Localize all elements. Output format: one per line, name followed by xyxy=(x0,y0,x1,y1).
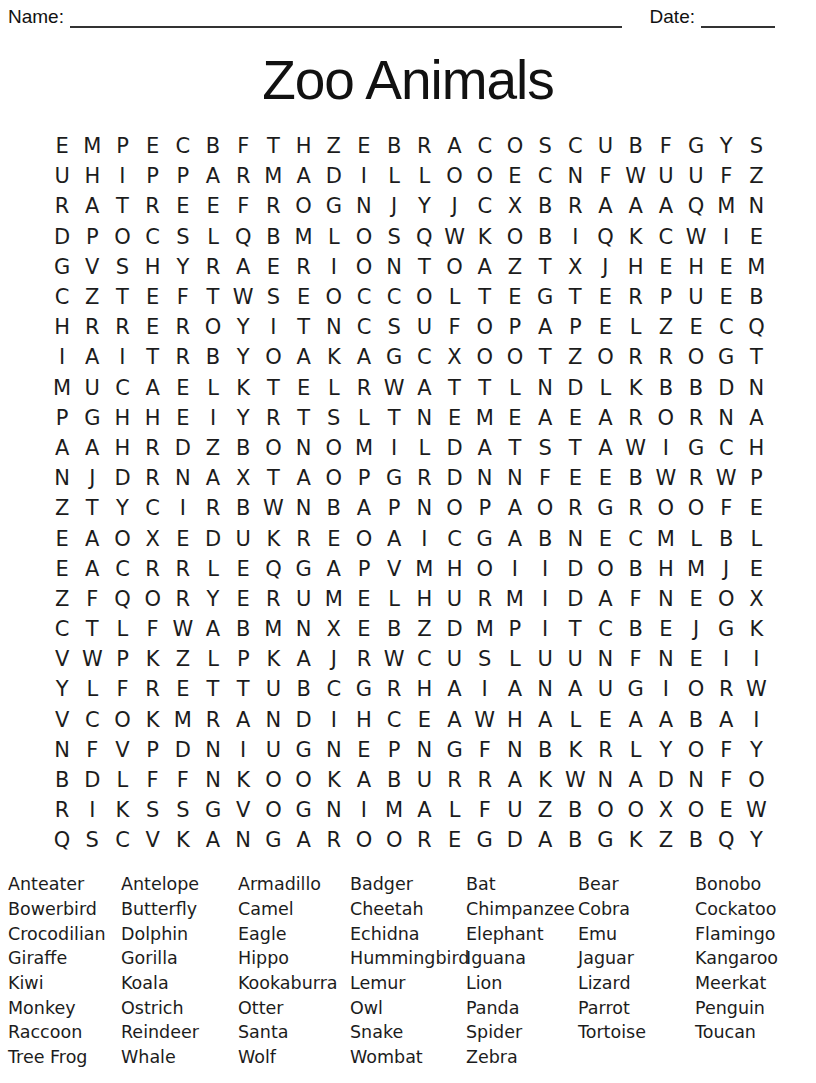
grid-cell-r23c2: I xyxy=(77,795,107,825)
grid-cell-r4c24: E xyxy=(741,222,771,252)
word-list-item: Santa xyxy=(238,1020,350,1045)
grid-cell-r18c9: A xyxy=(289,644,319,674)
grid-cell-r21c22: O xyxy=(681,735,711,765)
grid-cell-r4c12: S xyxy=(379,222,409,252)
word-list-item: Giraffe xyxy=(8,946,121,971)
grid-cell-r18c22: E xyxy=(681,644,711,674)
grid-cell-r4c9: M xyxy=(289,222,319,252)
word-list-item: Kookaburra xyxy=(238,971,350,996)
grid-cell-r12c5: N xyxy=(168,463,198,493)
grid-cell-r22c13: U xyxy=(409,765,439,795)
grid-cell-r6c11: C xyxy=(349,282,379,312)
grid-cell-r7c19: E xyxy=(590,312,620,342)
grid-cell-r19c10: C xyxy=(319,674,349,704)
grid-cell-r24c3: C xyxy=(107,825,137,855)
grid-cell-r2c4: P xyxy=(138,161,168,191)
grid-cell-r6c19: E xyxy=(590,282,620,312)
grid-cell-r7c7: Y xyxy=(228,312,258,342)
grid-cell-r13c13: N xyxy=(409,493,439,523)
grid-cell-r4c22: W xyxy=(681,222,711,252)
grid-cell-r22c11: A xyxy=(349,765,379,795)
grid-cell-r15c7: E xyxy=(228,554,258,584)
grid-cell-r7c12: S xyxy=(379,312,409,342)
grid-cell-r10c23: N xyxy=(711,403,741,433)
grid-cell-r23c8: O xyxy=(258,795,288,825)
grid-cell-r5c21: E xyxy=(651,252,681,282)
grid-cell-r4c5: S xyxy=(168,222,198,252)
word-list-item: Hummingbird xyxy=(350,946,466,971)
grid-cell-r13c17: O xyxy=(530,493,560,523)
grid-cell-r20c12: C xyxy=(379,705,409,735)
grid-cell-r10c4: H xyxy=(138,403,168,433)
letter-grid: EMPECBFTHZEBRACOSCUBFGYSUHIPPARMADILLOOE… xyxy=(47,131,772,856)
grid-cell-r10c8: R xyxy=(258,403,288,433)
grid-cell-r21c16: N xyxy=(500,735,530,765)
grid-cell-r9c23: D xyxy=(711,373,741,403)
grid-cell-r18c7: P xyxy=(228,644,258,674)
grid-cell-r12c21: W xyxy=(651,463,681,493)
grid-cell-r3c22: Q xyxy=(681,191,711,221)
grid-cell-r6c8: S xyxy=(258,282,288,312)
word-list-item: Koala xyxy=(121,971,238,996)
grid-cell-r11c21: I xyxy=(651,433,681,463)
grid-cell-r11c12: I xyxy=(379,433,409,463)
grid-cell-r24c2: S xyxy=(77,825,107,855)
grid-cell-r24c6: A xyxy=(198,825,228,855)
grid-cell-r12c4: R xyxy=(138,463,168,493)
grid-cell-r1c12: B xyxy=(379,131,409,161)
grid-cell-r10c17: A xyxy=(530,403,560,433)
grid-cell-r2c5: P xyxy=(168,161,198,191)
grid-cell-r21c6: N xyxy=(198,735,228,765)
grid-cell-r6c23: E xyxy=(711,282,741,312)
grid-cell-r14c5: E xyxy=(168,523,198,553)
word-list-item: Hippo xyxy=(238,946,350,971)
grid-cell-r18c18: U xyxy=(560,644,590,674)
grid-cell-r16c14: U xyxy=(439,584,469,614)
grid-cell-r15c6: L xyxy=(198,554,228,584)
grid-cell-r11c8: O xyxy=(258,433,288,463)
grid-cell-r21c24: Y xyxy=(741,735,771,765)
grid-cell-r19c2: L xyxy=(77,674,107,704)
grid-cell-r4c2: P xyxy=(77,222,107,252)
word-list-item: Bowerbird xyxy=(8,897,121,922)
grid-cell-r3c19: A xyxy=(590,191,620,221)
grid-cell-r6c21: P xyxy=(651,282,681,312)
grid-cell-r2c6: A xyxy=(198,161,228,191)
word-list: AnteaterAntelopeArmadilloBadgerBatBearBo… xyxy=(0,872,816,1070)
word-list-item: Reindeer xyxy=(121,1020,238,1045)
grid-cell-r6c14: L xyxy=(439,282,469,312)
grid-cell-r6c1: C xyxy=(47,282,77,312)
grid-cell-r18c3: P xyxy=(107,644,137,674)
grid-cell-r4c14: W xyxy=(439,222,469,252)
grid-cell-r5c8: E xyxy=(258,252,288,282)
grid-cell-r21c9: G xyxy=(289,735,319,765)
grid-cell-r3c8: R xyxy=(258,191,288,221)
grid-cell-r10c10: S xyxy=(319,403,349,433)
grid-cell-r11c16: T xyxy=(500,433,530,463)
word-list-item: Butterfly xyxy=(121,897,238,922)
grid-cell-r14c23: B xyxy=(711,523,741,553)
grid-cell-r24c11: O xyxy=(349,825,379,855)
grid-cell-r17c24: K xyxy=(741,614,771,644)
grid-cell-r15c2: A xyxy=(77,554,107,584)
grid-cell-r20c7: A xyxy=(228,705,258,735)
word-list-item: Antelope xyxy=(121,872,238,897)
grid-cell-r15c23: J xyxy=(711,554,741,584)
word-list-item: Monkey xyxy=(8,995,121,1020)
word-list-item: Bear xyxy=(578,872,695,897)
grid-cell-r23c12: M xyxy=(379,795,409,825)
grid-cell-r5c9: R xyxy=(289,252,319,282)
grid-cell-r1c1: E xyxy=(47,131,77,161)
grid-cell-r16c24: X xyxy=(741,584,771,614)
grid-cell-r14c17: B xyxy=(530,523,560,553)
word-list-item: Bat xyxy=(466,872,578,897)
grid-cell-r1c13: R xyxy=(409,131,439,161)
grid-cell-r14c20: C xyxy=(621,523,651,553)
grid-cell-r1c21: F xyxy=(651,131,681,161)
grid-cell-r7c24: Q xyxy=(741,312,771,342)
grid-cell-r11c22: G xyxy=(681,433,711,463)
grid-cell-r14c16: A xyxy=(500,523,530,553)
grid-cell-r23c9: G xyxy=(289,795,319,825)
grid-cell-r22c20: A xyxy=(621,765,651,795)
grid-cell-r2c9: A xyxy=(289,161,319,191)
grid-cell-r23c1: R xyxy=(47,795,77,825)
grid-cell-r3c3: T xyxy=(107,191,137,221)
grid-cell-r21c3: V xyxy=(107,735,137,765)
grid-cell-r2c7: R xyxy=(228,161,258,191)
grid-cell-r19c1: Y xyxy=(47,674,77,704)
grid-cell-r12c15: N xyxy=(470,463,500,493)
grid-cell-r3c2: A xyxy=(77,191,107,221)
grid-cell-r6c24: B xyxy=(741,282,771,312)
grid-cell-r18c19: N xyxy=(590,644,620,674)
grid-cell-r13c15: P xyxy=(470,493,500,523)
grid-cell-r4c13: Q xyxy=(409,222,439,252)
grid-cell-r1c18: C xyxy=(560,131,590,161)
grid-cell-r17c22: J xyxy=(681,614,711,644)
grid-cell-r11c1: A xyxy=(47,433,77,463)
date-label: Date: xyxy=(650,6,695,28)
grid-cell-r24c8: G xyxy=(258,825,288,855)
grid-cell-r17c4: F xyxy=(138,614,168,644)
word-list-item: Toucan xyxy=(695,1020,816,1045)
grid-cell-r11c7: B xyxy=(228,433,258,463)
grid-cell-r2c19: F xyxy=(590,161,620,191)
grid-cell-r8c4: T xyxy=(138,342,168,372)
grid-cell-r15c17: I xyxy=(530,554,560,584)
word-list-item: Owl xyxy=(350,995,466,1020)
grid-cell-r23c21: X xyxy=(651,795,681,825)
grid-cell-r19c6: T xyxy=(198,674,228,704)
grid-cell-r5c2: V xyxy=(77,252,107,282)
grid-cell-r23c4: S xyxy=(138,795,168,825)
grid-cell-r8c1: I xyxy=(47,342,77,372)
grid-cell-r16c22: E xyxy=(681,584,711,614)
grid-cell-r12c13: R xyxy=(409,463,439,493)
grid-cell-r18c1: V xyxy=(47,644,77,674)
grid-cell-r16c7: E xyxy=(228,584,258,614)
grid-cell-r4c15: K xyxy=(470,222,500,252)
grid-cell-r16c8: R xyxy=(258,584,288,614)
grid-cell-r6c7: W xyxy=(228,282,258,312)
grid-cell-r14c6: D xyxy=(198,523,228,553)
grid-cell-r12c8: T xyxy=(258,463,288,493)
grid-cell-r13c2: T xyxy=(77,493,107,523)
grid-cell-r20c17: A xyxy=(530,705,560,735)
grid-cell-r11c5: D xyxy=(168,433,198,463)
word-list-item: Tortoise xyxy=(578,1020,695,1045)
grid-cell-r10c18: E xyxy=(560,403,590,433)
grid-cell-r22c7: K xyxy=(228,765,258,795)
grid-cell-r24c1: Q xyxy=(47,825,77,855)
grid-cell-r16c20: F xyxy=(621,584,651,614)
grid-cell-r13c9: N xyxy=(289,493,319,523)
grid-cell-r11c11: M xyxy=(349,433,379,463)
grid-cell-r8c22: O xyxy=(681,342,711,372)
grid-cell-r21c1: N xyxy=(47,735,77,765)
grid-cell-r22c19: N xyxy=(590,765,620,795)
grid-cell-r14c22: L xyxy=(681,523,711,553)
grid-cell-r24c21: Z xyxy=(651,825,681,855)
grid-cell-r16c2: F xyxy=(77,584,107,614)
grid-cell-r7c5: R xyxy=(168,312,198,342)
grid-cell-r15c14: H xyxy=(439,554,469,584)
grid-cell-r18c14: U xyxy=(439,644,469,674)
grid-cell-r9c14: T xyxy=(439,373,469,403)
grid-cell-r6c6: T xyxy=(198,282,228,312)
grid-cell-r17c20: B xyxy=(621,614,651,644)
word-list-item: Zebra xyxy=(466,1045,578,1070)
grid-cell-r18c8: K xyxy=(258,644,288,674)
grid-cell-r20c5: M xyxy=(168,705,198,735)
grid-cell-r18c4: K xyxy=(138,644,168,674)
grid-cell-r2c16: E xyxy=(500,161,530,191)
grid-cell-r13c6: R xyxy=(198,493,228,523)
word-list-item: Kangaroo xyxy=(695,946,816,971)
word-list-item: Elephant xyxy=(466,921,578,946)
word-list-item: Badger xyxy=(350,872,466,897)
grid-cell-r19c12: R xyxy=(379,674,409,704)
grid-cell-r10c11: L xyxy=(349,403,379,433)
grid-cell-r5c22: H xyxy=(681,252,711,282)
word-list-item: Spider xyxy=(466,1020,578,1045)
grid-cell-r7c21: Z xyxy=(651,312,681,342)
grid-cell-r21c4: P xyxy=(138,735,168,765)
grid-cell-r12c1: N xyxy=(47,463,77,493)
page-title: Zoo Animals xyxy=(0,50,816,111)
grid-cell-r11c24: H xyxy=(741,433,771,463)
grid-cell-r14c24: L xyxy=(741,523,771,553)
grid-cell-r16c3: Q xyxy=(107,584,137,614)
grid-cell-r15c18: D xyxy=(560,554,590,584)
grid-cell-r2c24: Z xyxy=(741,161,771,191)
grid-cell-r20c8: N xyxy=(258,705,288,735)
grid-cell-r17c11: E xyxy=(349,614,379,644)
grid-cell-r2c22: U xyxy=(681,161,711,191)
grid-cell-r5c7: A xyxy=(228,252,258,282)
grid-cell-r13c5: I xyxy=(168,493,198,523)
grid-cell-r13c4: C xyxy=(138,493,168,523)
grid-cell-r12c11: P xyxy=(349,463,379,493)
grid-cell-r3c1: R xyxy=(47,191,77,221)
grid-cell-r2c3: I xyxy=(107,161,137,191)
grid-cell-r16c6: Y xyxy=(198,584,228,614)
grid-cell-r9c9: E xyxy=(289,373,319,403)
grid-cell-r2c14: O xyxy=(439,161,469,191)
grid-cell-r5c23: E xyxy=(711,252,741,282)
word-list-item: Tree Frog xyxy=(8,1045,121,1070)
grid-cell-r18c11: R xyxy=(349,644,379,674)
grid-cell-r23c7: V xyxy=(228,795,258,825)
grid-cell-r18c23: I xyxy=(711,644,741,674)
grid-cell-r19c19: U xyxy=(590,674,620,704)
grid-cell-r1c10: Z xyxy=(319,131,349,161)
grid-cell-r8c17: T xyxy=(530,342,560,372)
grid-cell-r20c18: L xyxy=(560,705,590,735)
grid-cell-r20c19: E xyxy=(590,705,620,735)
grid-cell-r7c4: E xyxy=(138,312,168,342)
grid-cell-r20c11: H xyxy=(349,705,379,735)
grid-cell-r4c8: B xyxy=(258,222,288,252)
grid-cell-r6c5: F xyxy=(168,282,198,312)
grid-cell-r15c9: G xyxy=(289,554,319,584)
grid-cell-r24c9: A xyxy=(289,825,319,855)
grid-cell-r11c13: L xyxy=(409,433,439,463)
grid-cell-r17c23: G xyxy=(711,614,741,644)
grid-cell-r17c10: X xyxy=(319,614,349,644)
grid-cell-r22c18: W xyxy=(560,765,590,795)
grid-cell-r11c4: R xyxy=(138,433,168,463)
grid-cell-r9c24: N xyxy=(741,373,771,403)
grid-cell-r4c10: L xyxy=(319,222,349,252)
grid-cell-r16c23: O xyxy=(711,584,741,614)
grid-cell-r8c21: R xyxy=(651,342,681,372)
grid-cell-r19c24: W xyxy=(741,674,771,704)
grid-cell-r16c19: A xyxy=(590,584,620,614)
grid-cell-r3c21: A xyxy=(651,191,681,221)
grid-cell-r5c5: Y xyxy=(168,252,198,282)
grid-cell-r13c16: A xyxy=(500,493,530,523)
grid-cell-r3c24: N xyxy=(741,191,771,221)
grid-cell-r11c17: S xyxy=(530,433,560,463)
grid-cell-r14c15: G xyxy=(470,523,500,553)
grid-cell-r1c5: C xyxy=(168,131,198,161)
grid-cell-r19c15: I xyxy=(470,674,500,704)
grid-cell-r24c22: B xyxy=(681,825,711,855)
grid-cell-r16c5: R xyxy=(168,584,198,614)
grid-cell-r12c17: F xyxy=(530,463,560,493)
grid-cell-r8c10: K xyxy=(319,342,349,372)
word-list-item: Emu xyxy=(578,921,695,946)
grid-cell-r17c17: I xyxy=(530,614,560,644)
grid-cell-r1c4: E xyxy=(138,131,168,161)
grid-cell-r23c20: O xyxy=(621,795,651,825)
grid-cell-r13c18: R xyxy=(560,493,590,523)
grid-cell-r7c13: U xyxy=(409,312,439,342)
grid-cell-r18c12: W xyxy=(379,644,409,674)
grid-cell-r1c7: F xyxy=(228,131,258,161)
grid-cell-r24c24: Y xyxy=(741,825,771,855)
grid-cell-r2c17: C xyxy=(530,161,560,191)
word-list-item: Lemur xyxy=(350,971,466,996)
grid-cell-r23c3: K xyxy=(107,795,137,825)
grid-cell-r15c3: C xyxy=(107,554,137,584)
grid-cell-r10c14: E xyxy=(439,403,469,433)
grid-cell-r11c18: T xyxy=(560,433,590,463)
grid-cell-r9c6: L xyxy=(198,373,228,403)
grid-cell-r16c18: D xyxy=(560,584,590,614)
grid-cell-r22c23: F xyxy=(711,765,741,795)
grid-cell-r10c22: R xyxy=(681,403,711,433)
grid-cell-r7c15: O xyxy=(470,312,500,342)
grid-cell-r16c1: Z xyxy=(47,584,77,614)
grid-cell-r8c24: T xyxy=(741,342,771,372)
grid-cell-r22c8: O xyxy=(258,765,288,795)
grid-cell-r13c3: Y xyxy=(107,493,137,523)
grid-cell-r7c22: E xyxy=(681,312,711,342)
grid-cell-r5c4: H xyxy=(138,252,168,282)
grid-cell-r12c23: W xyxy=(711,463,741,493)
grid-cell-r24c19: G xyxy=(590,825,620,855)
grid-cell-r21c12: P xyxy=(379,735,409,765)
grid-cell-r17c19: C xyxy=(590,614,620,644)
grid-cell-r3c17: B xyxy=(530,191,560,221)
grid-cell-r21c15: F xyxy=(470,735,500,765)
grid-cell-r22c21: D xyxy=(651,765,681,795)
grid-cell-r23c14: L xyxy=(439,795,469,825)
grid-cell-r20c6: R xyxy=(198,705,228,735)
grid-cell-r23c15: F xyxy=(470,795,500,825)
grid-cell-r22c9: O xyxy=(289,765,319,795)
grid-cell-r17c6: A xyxy=(198,614,228,644)
grid-cell-r13c21: O xyxy=(651,493,681,523)
date-blank-line xyxy=(701,6,775,28)
grid-cell-r21c23: F xyxy=(711,735,741,765)
grid-cell-r1c3: P xyxy=(107,131,137,161)
word-list-item: Anteater xyxy=(8,872,121,897)
grid-cell-r22c15: R xyxy=(470,765,500,795)
grid-cell-r1c14: A xyxy=(439,131,469,161)
grid-cell-r15c4: R xyxy=(138,554,168,584)
grid-cell-r11c15: A xyxy=(470,433,500,463)
grid-cell-r10c19: A xyxy=(590,403,620,433)
grid-cell-r21c20: L xyxy=(621,735,651,765)
word-list-item: Armadillo xyxy=(238,872,350,897)
grid-cell-r17c8: M xyxy=(258,614,288,644)
grid-cell-r22c2: D xyxy=(77,765,107,795)
grid-cell-r21c2: F xyxy=(77,735,107,765)
grid-cell-r14c21: M xyxy=(651,523,681,553)
word-list-item: Crocodilian xyxy=(8,921,121,946)
grid-cell-r10c7: Y xyxy=(228,403,258,433)
grid-cell-r20c10: I xyxy=(319,705,349,735)
grid-cell-r12c19: E xyxy=(590,463,620,493)
grid-cell-r15c21: H xyxy=(651,554,681,584)
grid-cell-r2c15: O xyxy=(470,161,500,191)
grid-cell-r3c12: J xyxy=(379,191,409,221)
grid-cell-r8c11: A xyxy=(349,342,379,372)
grid-cell-r21c13: N xyxy=(409,735,439,765)
grid-cell-r14c13: I xyxy=(409,523,439,553)
grid-cell-r3c18: R xyxy=(560,191,590,221)
grid-cell-r6c4: E xyxy=(138,282,168,312)
grid-cell-r1c9: H xyxy=(289,131,319,161)
grid-cell-r21c14: G xyxy=(439,735,469,765)
